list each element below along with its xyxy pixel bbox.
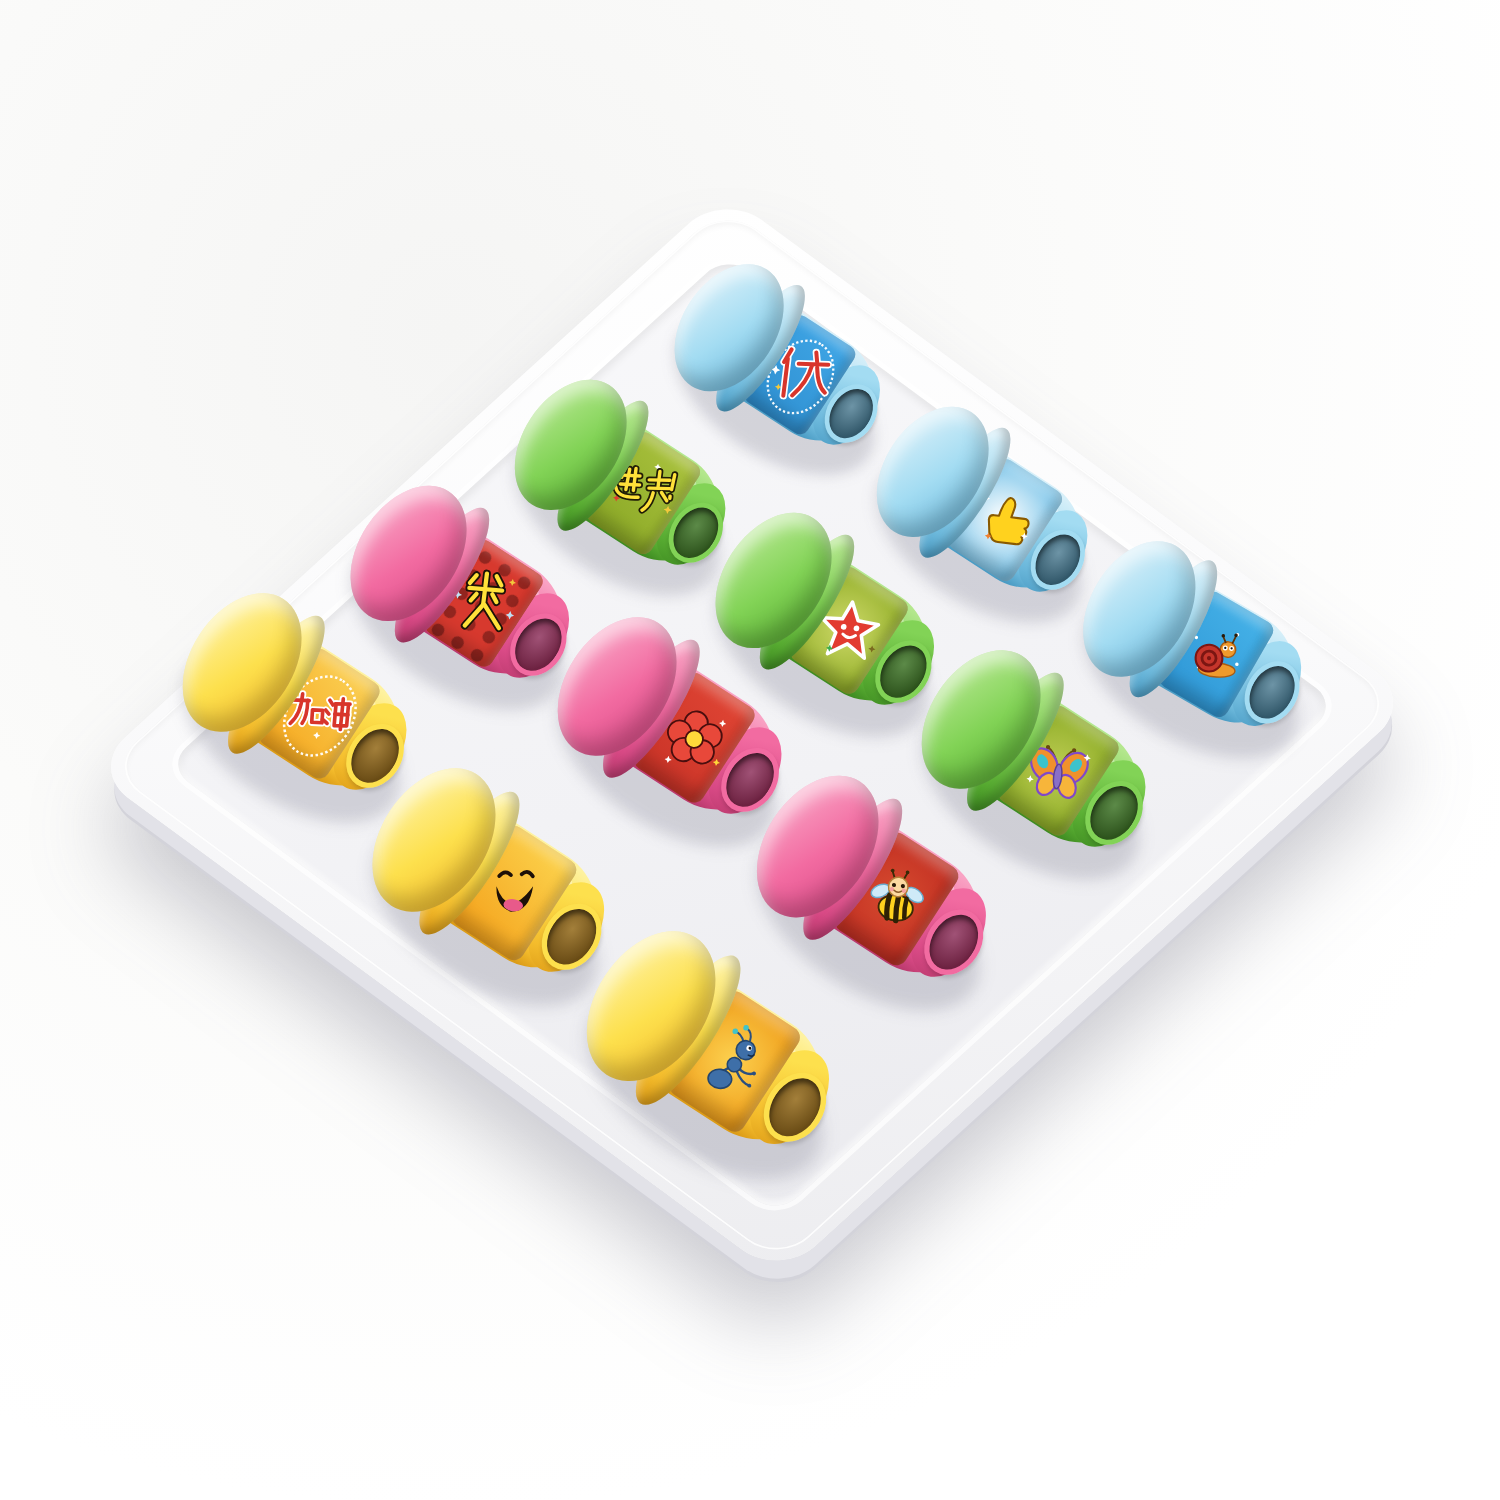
- stamp-yellow-ant: [567, 900, 867, 1200]
- photo-scene: [0, 0, 1500, 1500]
- stamp-rotor: [564, 910, 870, 1189]
